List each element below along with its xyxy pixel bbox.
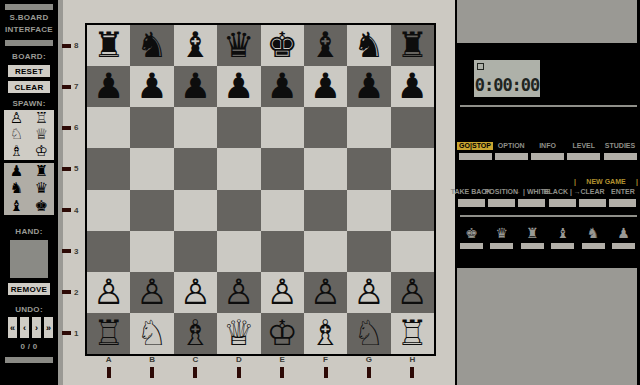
square-d6[interactable] (217, 107, 260, 148)
square-a2[interactable]: ♙ (87, 272, 130, 313)
option-button[interactable] (495, 153, 528, 160)
square-d3[interactable] (217, 231, 260, 272)
spawn-section-label: SPAWN: (0, 99, 58, 108)
white-rook-piece[interactable]: ♖ (397, 316, 428, 351)
action-button-row: TAKE BACKPOSITION← | WHITEBLACK | →CLEAR… (456, 188, 638, 207)
spawn-palette-white: ♙♖♘♕♗♔ (4, 110, 54, 160)
action-item-white: ← | WHITE (517, 188, 547, 207)
menu-label-go-stop: GO|STOP (457, 142, 493, 150)
rank-label-4: 4 (74, 206, 78, 215)
spawn-white-king[interactable]: ♔ (29, 143, 54, 160)
white-bishop-piece[interactable]: ♗ (310, 316, 341, 351)
square-h1[interactable]: ♖ (391, 313, 434, 354)
square-b3[interactable] (130, 231, 173, 272)
rank-led-6 (62, 126, 71, 130)
divider-bar (5, 357, 53, 363)
file-col-b: B (130, 356, 173, 384)
square-c1[interactable]: ♗ (174, 313, 217, 354)
new-game-label: NEW GAME (586, 178, 625, 185)
hand-slot[interactable] (10, 240, 48, 278)
clear-button[interactable]: CLEAR (8, 81, 50, 93)
rook-button[interactable] (521, 243, 544, 249)
square-g8[interactable]: ♞ (347, 25, 390, 66)
square-g2[interactable]: ♙ (347, 272, 390, 313)
rank-led-8 (62, 44, 71, 48)
white-king-piece[interactable]: ♔ (266, 316, 297, 351)
square-h5[interactable] (391, 148, 434, 189)
square-h4[interactable] (391, 190, 434, 231)
undo-back-button[interactable]: ‹ (20, 317, 29, 338)
file-col-a: A (87, 356, 130, 384)
square-b8[interactable]: ♞ (130, 25, 173, 66)
file-label-b: B (149, 356, 155, 364)
file-col-c: C (174, 356, 217, 384)
black-knight-piece[interactable]: ♞ (136, 28, 167, 63)
rank-label-5: 5 (74, 164, 78, 173)
piece-entry-knight: ♞ (580, 226, 607, 249)
square-b1[interactable]: ♘ (130, 313, 173, 354)
undo-counter: 0 / 0 (0, 342, 58, 351)
square-a6[interactable] (87, 107, 130, 148)
spawn-black-bishop[interactable]: ♝ (4, 198, 29, 215)
rank-label-1: 1 (74, 329, 78, 338)
take-back-button[interactable] (458, 199, 485, 207)
piece-entry-bishop: ♝ (549, 226, 576, 249)
black-pawn-piece[interactable]: ♟ (397, 69, 428, 104)
chess-board: ♜♞♝♛♚♝♞♜♟♟♟♟♟♟♟♟♙♙♙♙♙♙♙♙♖♘♗♕♔♗♘♖ (85, 23, 436, 356)
new-game-label-group: | NEW GAME | (574, 178, 638, 185)
black-king-piece[interactable]: ♚ (266, 28, 297, 63)
square-g7[interactable]: ♟ (347, 66, 390, 107)
chess-computer-panel: 0:00:00 GO|STOPOPTIONINFOLEVELSTUDIES | … (455, 0, 640, 385)
square-d1[interactable]: ♕ (217, 313, 260, 354)
square-a7[interactable]: ♟ (87, 66, 130, 107)
rook-icon: ♜ (526, 226, 539, 240)
clear-button[interactable] (579, 199, 606, 207)
menu-item-studies: STUDIES (603, 142, 637, 160)
file-coordinates: ABCDEFGH (87, 356, 434, 384)
bishop-button[interactable] (551, 243, 574, 249)
king-icon: ♚ (465, 226, 478, 240)
square-b6[interactable] (130, 107, 173, 148)
square-e4[interactable] (261, 190, 304, 231)
spawn-black-rook[interactable]: ♜ (29, 163, 54, 180)
white-pawn-piece[interactable]: ♙ (180, 275, 211, 310)
panel-divider (460, 215, 637, 217)
square-d4[interactable] (217, 190, 260, 231)
menu-label-level: LEVEL (572, 142, 595, 150)
action-item-clear: CLEAR (578, 188, 608, 207)
app-title-line2: INTERFACE (0, 25, 58, 34)
square-c3[interactable] (174, 231, 217, 272)
menu-button-row: GO|STOPOPTIONINFOLEVELSTUDIES (458, 142, 637, 160)
square-e1[interactable]: ♔ (261, 313, 304, 354)
square-g3[interactable] (347, 231, 390, 272)
info-button[interactable] (531, 153, 564, 160)
rank-row-5: 5 (62, 148, 85, 189)
level-button[interactable] (567, 153, 600, 160)
square-c8[interactable]: ♝ (174, 25, 217, 66)
black-knight-piece[interactable]: ♞ (353, 28, 384, 63)
menu-label-studies: STUDIES (605, 142, 635, 150)
square-a8[interactable]: ♜ (87, 25, 130, 66)
square-f2[interactable]: ♙ (304, 272, 347, 313)
spawn-black-queen[interactable]: ♛ (29, 180, 54, 197)
black-rook-piece[interactable]: ♜ (93, 28, 124, 63)
square-e3[interactable] (261, 231, 304, 272)
black-pawn-piece[interactable]: ♟ (266, 69, 297, 104)
white-rook-piece[interactable]: ♖ (93, 316, 124, 351)
square-b5[interactable] (130, 148, 173, 189)
file-label-d: D (236, 356, 242, 364)
square-c6[interactable] (174, 107, 217, 148)
rank-coordinates: 87654321 (62, 25, 85, 354)
file-led-e (280, 367, 284, 378)
action-label-clear: CLEAR (581, 188, 605, 196)
black-bishop-piece[interactable]: ♝ (180, 28, 211, 63)
sidebar: S.BOARD INTERFACE BOARD: RESET CLEAR SPA… (0, 0, 58, 385)
rank-label-3: 3 (74, 247, 78, 256)
white-queen-piece[interactable]: ♕ (223, 316, 254, 351)
white-pawn-piece[interactable]: ♙ (353, 275, 384, 310)
square-d8[interactable]: ♛ (217, 25, 260, 66)
divider-bar (5, 4, 53, 10)
spawn-black-pawn[interactable]: ♟ (4, 163, 29, 180)
black-pawn-piece[interactable]: ♟ (180, 69, 211, 104)
undo-forward-button[interactable]: › (32, 317, 41, 338)
rank-led-4 (62, 208, 71, 212)
spawn-palette-black: ♟♜♞♛♝♚ (4, 163, 54, 215)
lcd-indicator-icon (477, 63, 484, 70)
enter-button[interactable] (609, 199, 636, 207)
file-led-g (367, 367, 371, 378)
bishop-icon: ♝ (556, 226, 569, 240)
black-button[interactable] (549, 199, 576, 207)
square-f1[interactable]: ♗ (304, 313, 347, 354)
black-pawn-piece[interactable]: ♟ (136, 69, 167, 104)
file-label-c: C (193, 356, 199, 364)
square-e5[interactable] (261, 148, 304, 189)
remove-button[interactable]: REMOVE (8, 283, 50, 295)
action-label-enter: ENTER (611, 188, 635, 196)
file-col-f: F (304, 356, 347, 384)
file-label-e: E (280, 356, 285, 364)
file-led-a (107, 367, 111, 378)
spawn-white-knight[interactable]: ♘ (4, 127, 29, 144)
undo-last-button[interactable]: » (44, 317, 53, 338)
rank-label-7: 7 (74, 82, 78, 91)
spawn-white-queen[interactable]: ♕ (29, 127, 54, 144)
undo-first-button[interactable]: « (8, 317, 17, 338)
panel-top-housing (457, 0, 637, 43)
knight-icon: ♞ (587, 226, 600, 240)
rank-led-1 (62, 331, 71, 335)
square-g1[interactable]: ♘ (347, 313, 390, 354)
black-rook-piece[interactable]: ♜ (397, 28, 428, 63)
white-knight-piece[interactable]: ♘ (353, 316, 384, 351)
rank-label-6: 6 (74, 123, 78, 132)
position-button[interactable] (488, 199, 515, 207)
square-g5[interactable] (347, 148, 390, 189)
square-e7[interactable]: ♟ (261, 66, 304, 107)
action-item-black: BLACK | → (547, 188, 577, 207)
square-h6[interactable] (391, 107, 434, 148)
piece-button-row: ♚♛♜♝♞♟ (458, 226, 637, 249)
panel-bottom-housing (457, 268, 637, 385)
rank-row-1: 1 (62, 313, 85, 354)
black-pawn-piece[interactable]: ♟ (93, 69, 124, 104)
white-pawn-piece[interactable]: ♙ (223, 275, 254, 310)
square-h2[interactable]: ♙ (391, 272, 434, 313)
spawn-black-knight[interactable]: ♞ (4, 180, 29, 197)
white-bishop-piece[interactable]: ♗ (180, 316, 211, 351)
divider-bar (5, 40, 53, 46)
app-title-line1: S.BOARD (0, 13, 58, 22)
piece-entry-rook: ♜ (519, 226, 546, 249)
pawn-icon: ♟ (617, 226, 630, 240)
square-c4[interactable] (174, 190, 217, 231)
square-c5[interactable] (174, 148, 217, 189)
white-pawn-piece[interactable]: ♙ (93, 275, 124, 310)
square-f5[interactable] (304, 148, 347, 189)
file-label-f: F (323, 356, 328, 364)
file-led-d (237, 367, 241, 378)
file-col-d: D (217, 356, 260, 384)
rank-row-4: 4 (62, 190, 85, 231)
square-g4[interactable] (347, 190, 390, 231)
square-d2[interactable]: ♙ (217, 272, 260, 313)
menu-item-info: INFO (531, 142, 565, 160)
square-h3[interactable] (391, 231, 434, 272)
black-queen-piece[interactable]: ♛ (223, 28, 254, 63)
rank-row-3: 3 (62, 231, 85, 272)
square-f6[interactable] (304, 107, 347, 148)
file-label-g: G (366, 356, 372, 364)
menu-item-option: OPTION (494, 142, 528, 160)
square-d5[interactable] (217, 148, 260, 189)
piece-entry-queen: ♛ (488, 226, 515, 249)
square-c2[interactable]: ♙ (174, 272, 217, 313)
undo-section-label: UNDO: (0, 305, 58, 314)
white-knight-piece[interactable]: ♘ (136, 316, 167, 351)
lcd-display: 0:00:00 (474, 60, 540, 97)
square-a4[interactable] (87, 190, 130, 231)
rank-row-2: 2 (62, 272, 85, 313)
pawn-button[interactable] (612, 243, 635, 249)
square-f3[interactable] (304, 231, 347, 272)
black-pawn-piece[interactable]: ♟ (353, 69, 384, 104)
black-pawn-piece[interactable]: ♟ (310, 69, 341, 104)
spawn-white-bishop[interactable]: ♗ (4, 143, 29, 160)
square-b7[interactable]: ♟ (130, 66, 173, 107)
clock-readout: 0:00:00 (474, 75, 540, 95)
square-a5[interactable] (87, 148, 130, 189)
spawn-white-pawn[interactable]: ♙ (4, 110, 29, 127)
sensorboard-app: S.BOARD INTERFACE BOARD: RESET CLEAR SPA… (0, 0, 640, 385)
menu-item-level: LEVEL (567, 142, 601, 160)
hand-section-label: HAND: (0, 227, 58, 236)
black-bishop-piece[interactable]: ♝ (310, 28, 341, 63)
square-a1[interactable]: ♖ (87, 313, 130, 354)
board-area: 87654321 ♜♞♝♛♚♝♞♜♟♟♟♟♟♟♟♟♙♙♙♙♙♙♙♙♖♘♗♕♔♗♘… (58, 0, 455, 385)
file-col-e: E (261, 356, 304, 384)
square-e8[interactable]: ♚ (261, 25, 304, 66)
board-section-label: BOARD: (0, 52, 58, 61)
rank-led-3 (62, 249, 71, 253)
spawn-black-king[interactable]: ♚ (29, 198, 54, 215)
queen-button[interactable] (490, 243, 513, 249)
white-pawn-piece[interactable]: ♙ (136, 275, 167, 310)
rank-row-7: 7 (62, 66, 85, 107)
file-led-h (410, 367, 414, 378)
square-b2[interactable]: ♙ (130, 272, 173, 313)
square-h8[interactable]: ♜ (391, 25, 434, 66)
queen-icon: ♛ (496, 226, 509, 240)
square-f7[interactable]: ♟ (304, 66, 347, 107)
action-item-enter: ENTER (608, 188, 638, 207)
file-led-b (150, 367, 154, 378)
file-led-c (193, 367, 197, 378)
studies-button[interactable] (604, 153, 637, 160)
file-col-h: H (391, 356, 434, 384)
square-e2[interactable]: ♙ (261, 272, 304, 313)
square-a3[interactable] (87, 231, 130, 272)
file-col-g: G (347, 356, 390, 384)
knight-button[interactable] (582, 243, 605, 249)
file-led-f (324, 367, 328, 378)
white-button[interactable] (518, 199, 545, 207)
panel-divider (460, 105, 637, 107)
rank-led-5 (62, 167, 71, 171)
menu-item-go-stop: GO|STOP (458, 142, 492, 160)
action-label-black: BLACK | → (544, 188, 581, 196)
reset-button[interactable]: RESET (8, 65, 50, 77)
new-game-left-mark: | (574, 178, 576, 185)
action-item-take-back: TAKE BACK (456, 188, 486, 207)
new-game-right-mark: | (636, 178, 638, 185)
rank-led-2 (62, 290, 71, 294)
piece-entry-pawn: ♟ (610, 226, 637, 249)
go-stop-button[interactable] (459, 153, 492, 160)
square-f4[interactable] (304, 190, 347, 231)
square-e6[interactable] (261, 107, 304, 148)
action-item-position: POSITION (486, 188, 516, 207)
rank-led-7 (62, 85, 71, 89)
black-pawn-piece[interactable]: ♟ (223, 69, 254, 104)
square-f8[interactable]: ♝ (304, 25, 347, 66)
file-label-a: A (106, 356, 112, 364)
rank-row-8: 8 (62, 25, 85, 66)
rank-label-2: 2 (74, 288, 78, 297)
square-b4[interactable] (130, 190, 173, 231)
spawn-white-rook[interactable]: ♖ (29, 110, 54, 127)
white-pawn-piece[interactable]: ♙ (310, 275, 341, 310)
white-pawn-piece[interactable]: ♙ (266, 275, 297, 310)
file-label-h: H (409, 356, 415, 364)
square-g6[interactable] (347, 107, 390, 148)
square-c7[interactable]: ♟ (174, 66, 217, 107)
white-pawn-piece[interactable]: ♙ (397, 275, 428, 310)
square-d7[interactable]: ♟ (217, 66, 260, 107)
rank-row-6: 6 (62, 107, 85, 148)
king-button[interactable] (460, 243, 483, 249)
undo-controls: «‹›» (8, 317, 53, 338)
menu-label-info: INFO (539, 142, 556, 150)
piece-entry-king: ♚ (458, 226, 485, 249)
square-h7[interactable]: ♟ (391, 66, 434, 107)
menu-label-option: OPTION (498, 142, 525, 150)
rank-label-8: 8 (74, 41, 78, 50)
